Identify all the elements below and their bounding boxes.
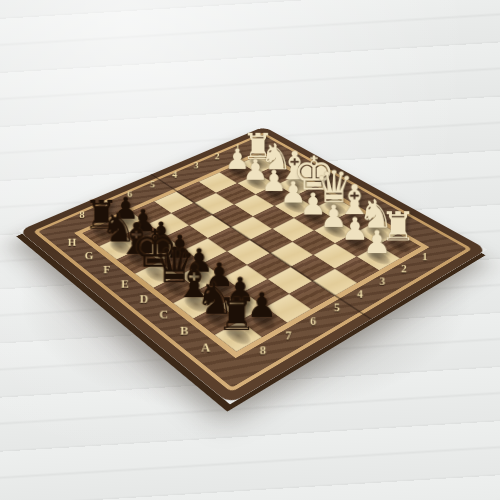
scene: HHGGFFEEDDCCBBAA1122334455667788♜♞♝♛♚♝♞♜… [0,0,500,500]
